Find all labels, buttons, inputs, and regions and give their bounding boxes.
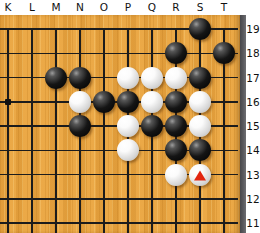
row-label-18: 18 [246, 47, 260, 59]
stone-black-R15[interactable] [165, 115, 187, 137]
triangle-marker-icon [194, 170, 206, 180]
stone-black-Q15[interactable] [141, 115, 163, 137]
stone-black-N17[interactable] [69, 67, 91, 89]
stone-black-N15[interactable] [69, 115, 91, 137]
stone-white-N16[interactable] [69, 91, 91, 113]
column-label-O: O [100, 1, 108, 14]
stone-white-R17[interactable] [165, 67, 187, 89]
column-label-S: S [197, 1, 204, 14]
stone-white-P17[interactable] [117, 67, 139, 89]
row-label-15: 15 [246, 120, 260, 132]
row-label-14: 14 [246, 144, 260, 156]
stone-white-S15[interactable] [189, 115, 211, 137]
stone-black-R18[interactable] [165, 42, 187, 64]
column-label-R: R [172, 1, 179, 14]
stone-black-P16[interactable] [117, 91, 139, 113]
row-label-17: 17 [246, 72, 260, 84]
stone-white-P15[interactable] [117, 115, 139, 137]
stone-black-O16[interactable] [93, 91, 115, 113]
stone-black-R16[interactable] [165, 91, 187, 113]
row-label-12: 12 [246, 193, 260, 205]
column-label-M: M [51, 1, 60, 14]
go-board-view: KLMNOPQRST 191817161514131211 [0, 0, 260, 233]
stone-black-S14[interactable] [189, 139, 211, 161]
column-label-N: N [76, 1, 84, 14]
stone-white-S16[interactable] [189, 91, 211, 113]
go-board[interactable] [0, 15, 240, 233]
stone-white-P14[interactable] [117, 139, 139, 161]
column-label-K: K [5, 1, 12, 14]
column-labels-bar: KLMNOPQRST [0, 0, 260, 15]
stone-grid [0, 17, 236, 233]
row-label-19: 19 [246, 23, 260, 35]
stone-white-S13[interactable] [189, 164, 211, 186]
row-label-11: 11 [246, 217, 260, 229]
column-label-P: P [125, 1, 131, 14]
stone-black-R14[interactable] [165, 139, 187, 161]
stone-white-Q16[interactable] [141, 91, 163, 113]
row-label-13: 13 [246, 169, 260, 181]
stone-black-M17[interactable] [45, 67, 67, 89]
stone-black-T18[interactable] [213, 42, 235, 64]
row-labels-bar: 191817161514131211 [246, 0, 260, 233]
stone-black-S17[interactable] [189, 67, 211, 89]
column-label-T: T [221, 1, 227, 14]
stone-white-R13[interactable] [165, 164, 187, 186]
stone-white-Q17[interactable] [141, 67, 163, 89]
column-label-Q: Q [148, 1, 156, 14]
stone-black-S19[interactable] [189, 18, 211, 40]
row-label-16: 16 [246, 96, 260, 108]
column-label-L: L [29, 1, 35, 14]
